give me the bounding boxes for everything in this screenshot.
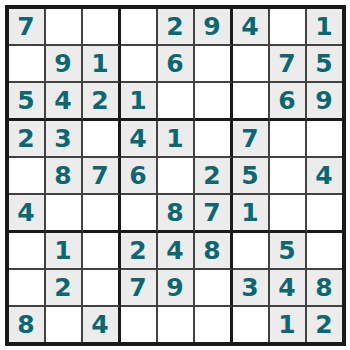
cell-r3c6[interactable] (195, 83, 233, 121)
cell-r5c2[interactable]: 8 (46, 158, 83, 195)
cell-r5c4[interactable]: 6 (121, 158, 158, 195)
cell-r1c6[interactable]: 9 (195, 9, 233, 46)
cell-r9c3[interactable]: 4 (83, 307, 121, 342)
cell-r9c5[interactable] (158, 307, 195, 342)
cell-r6c4[interactable] (121, 195, 158, 233)
cell-r1c2[interactable] (46, 9, 83, 46)
cell-r6c8[interactable] (270, 195, 307, 233)
cell-r1c7[interactable]: 4 (233, 9, 270, 46)
cell-r6c2[interactable] (46, 195, 83, 233)
cell-r2c8[interactable]: 7 (270, 46, 307, 83)
cell-r1c1[interactable]: 7 (9, 9, 46, 46)
cell-r7c7[interactable] (233, 233, 270, 270)
cell-r6c1[interactable]: 4 (9, 195, 46, 233)
cell-r7c3[interactable] (83, 233, 121, 270)
cell-r2c9[interactable]: 5 (307, 46, 342, 83)
cell-r7c9[interactable] (307, 233, 342, 270)
cell-r2c6[interactable] (195, 46, 233, 83)
cell-r4c9[interactable] (307, 121, 342, 158)
cell-r2c2[interactable]: 9 (46, 46, 83, 83)
cell-r5c7[interactable]: 5 (233, 158, 270, 195)
cell-r3c3[interactable]: 2 (83, 83, 121, 121)
cell-r6c6[interactable]: 7 (195, 195, 233, 233)
cell-r4c4[interactable]: 4 (121, 121, 158, 158)
cell-r2c5[interactable]: 6 (158, 46, 195, 83)
cell-r4c6[interactable] (195, 121, 233, 158)
cell-r3c8[interactable]: 6 (270, 83, 307, 121)
cell-r9c2[interactable] (46, 307, 83, 342)
cell-r1c8[interactable] (270, 9, 307, 46)
cell-r5c1[interactable] (9, 158, 46, 195)
cell-r8c8[interactable]: 4 (270, 270, 307, 307)
cell-r4c8[interactable] (270, 121, 307, 158)
cell-r6c5[interactable]: 8 (158, 195, 195, 233)
cell-r8c2[interactable]: 2 (46, 270, 83, 307)
cell-r1c3[interactable] (83, 9, 121, 46)
cell-r8c6[interactable] (195, 270, 233, 307)
cell-r7c6[interactable]: 8 (195, 233, 233, 270)
cell-r2c1[interactable] (9, 46, 46, 83)
cell-r8c7[interactable]: 3 (233, 270, 270, 307)
cell-r3c7[interactable] (233, 83, 270, 121)
cell-r5c3[interactable]: 7 (83, 158, 121, 195)
cell-r2c4[interactable] (121, 46, 158, 83)
cell-r9c9[interactable]: 2 (307, 307, 342, 342)
cell-r1c4[interactable] (121, 9, 158, 46)
cell-r9c8[interactable]: 1 (270, 307, 307, 342)
cell-r9c6[interactable] (195, 307, 233, 342)
cell-r1c9[interactable]: 1 (307, 9, 342, 46)
cell-r9c4[interactable] (121, 307, 158, 342)
cell-r4c3[interactable] (83, 121, 121, 158)
cell-r3c2[interactable]: 4 (46, 83, 83, 121)
cell-r8c9[interactable]: 8 (307, 270, 342, 307)
cell-r6c3[interactable] (83, 195, 121, 233)
cell-r5c6[interactable]: 2 (195, 158, 233, 195)
cell-r3c9[interactable]: 9 (307, 83, 342, 121)
cell-r3c5[interactable] (158, 83, 195, 121)
cell-r8c1[interactable] (9, 270, 46, 307)
cell-r7c4[interactable]: 2 (121, 233, 158, 270)
cell-r6c9[interactable] (307, 195, 342, 233)
cell-r2c3[interactable]: 1 (83, 46, 121, 83)
sudoku-board: 7294191675542169234178762544871124852793… (5, 5, 346, 346)
cell-r3c1[interactable]: 5 (9, 83, 46, 121)
cell-r4c2[interactable]: 3 (46, 121, 83, 158)
cell-r5c8[interactable] (270, 158, 307, 195)
cell-r8c3[interactable] (83, 270, 121, 307)
cell-r3c4[interactable]: 1 (121, 83, 158, 121)
cell-r4c7[interactable]: 7 (233, 121, 270, 158)
cell-r8c4[interactable]: 7 (121, 270, 158, 307)
cell-r4c5[interactable]: 1 (158, 121, 195, 158)
cell-r7c2[interactable]: 1 (46, 233, 83, 270)
cell-r9c1[interactable]: 8 (9, 307, 46, 342)
cell-r9c7[interactable] (233, 307, 270, 342)
cell-r5c5[interactable] (158, 158, 195, 195)
cell-r7c8[interactable]: 5 (270, 233, 307, 270)
cell-r2c7[interactable] (233, 46, 270, 83)
cell-r6c7[interactable]: 1 (233, 195, 270, 233)
cell-r1c5[interactable]: 2 (158, 9, 195, 46)
cell-r5c9[interactable]: 4 (307, 158, 342, 195)
cell-r7c5[interactable]: 4 (158, 233, 195, 270)
cell-r7c1[interactable] (9, 233, 46, 270)
cell-r4c1[interactable]: 2 (9, 121, 46, 158)
cell-r8c5[interactable]: 9 (158, 270, 195, 307)
